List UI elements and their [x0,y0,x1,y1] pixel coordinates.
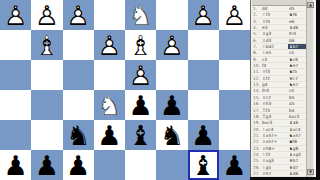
square-b6[interactable]: ♟ [188,120,219,150]
black-pawn-piece: ♟ [63,150,94,180]
move-list-scrollbar[interactable]: ▲ ▼ [306,0,313,177]
app-window: ♟♙♟♙♟♙♞♘♟♙♟♙♝♗♟♙♝♗♟♙♟♙♞♘♟♟♞♟♝♞♟♟♟♟♝♟ 1.d… [0,0,320,180]
square-c2[interactable] [156,0,187,30]
black-pawn-piece: ♟ [188,120,219,150]
square-d4[interactable]: ♟♙ [125,60,156,90]
square-e2[interactable] [94,0,125,30]
square-b2[interactable]: ♟♙ [188,0,219,30]
square-g3[interactable]: ♝♗ [31,30,62,60]
white-pawn-piece: ♟♙ [219,0,250,30]
move-number-21: 21. [252,132,261,138]
move-number-13: 13. [252,82,261,88]
black-pawn-piece: ♟ [94,120,125,150]
white-bishop-piece: ♝♗ [31,30,62,60]
square-g7[interactable]: ♟ [31,150,62,180]
square-g2[interactable]: ♟♙ [31,0,62,30]
move-list[interactable]: 1.d4d52.♘f3♞f63.♗f4e64.e3♝d65.♗g30-06.♗d… [252,0,309,177]
square-h2[interactable]: ♟♙ [0,0,31,30]
square-b7[interactable]: ♝ [188,150,219,180]
square-d7[interactable] [125,150,156,180]
white-knight-piece: ♞♘ [94,90,125,120]
move-number-27: 27. [252,170,261,176]
move-number-12: 12. [252,75,261,81]
black-bishop-piece: ♝ [188,150,219,180]
square-a6[interactable] [219,120,250,150]
move-number-26: 26. [252,164,261,170]
square-a7[interactable]: ♟ [219,150,250,180]
black-pawn-piece: ♟ [219,150,250,180]
white-pawn-piece: ♟♙ [94,30,125,60]
square-g4[interactable] [31,60,62,90]
frame-edge-right [316,0,320,180]
move-number-16: 16. [252,101,261,107]
black-pawn-piece: ♟ [31,150,62,180]
square-e7[interactable] [94,150,125,180]
square-a2[interactable]: ♟♙ [219,0,250,30]
black-bishop-piece: ♝ [125,120,156,150]
black-knight-piece: ♞ [156,120,187,150]
move-number-10: 10. [252,63,261,69]
square-b3[interactable] [188,30,219,60]
square-c6[interactable]: ♞ [156,120,187,150]
move-list-panel: 1.d4d52.♘f3♞f63.♗f4e64.e3♝d65.♗g30-06.♗d… [250,0,316,180]
square-a4[interactable] [219,60,250,90]
black-knight-piece: ♞ [63,120,94,150]
square-h7[interactable]: ♟ [0,150,31,180]
square-f6[interactable]: ♞ [63,120,94,150]
square-b4[interactable] [188,60,219,90]
square-h4[interactable] [0,60,31,90]
white-knight-piece: ♞♘ [125,0,156,30]
square-e4[interactable] [94,60,125,90]
move-number-20: 20. [252,126,261,132]
scroll-up-button[interactable]: ▲ [307,2,314,8]
move-number-18: 18. [252,113,261,119]
white-pawn-piece: ♟♙ [188,0,219,30]
black-pawn-piece: ♟ [0,150,31,180]
square-c7[interactable] [156,150,187,180]
square-e5[interactable]: ♞♘ [94,90,125,120]
black-pawn-piece: ♟ [125,90,156,120]
square-d3[interactable]: ♝♗ [125,30,156,60]
move-number-22: 22. [252,139,261,145]
move-number-19: 19. [252,120,261,126]
square-h5[interactable] [0,90,31,120]
square-g5[interactable] [31,90,62,120]
move-number-25: 25. [252,158,261,164]
black-pawn-piece: ♟ [156,90,187,120]
white-pawn-piece: ♟♙ [31,0,62,30]
frame-edge-bottom [250,177,320,180]
move-number-17: 17. [252,107,261,113]
square-e6[interactable]: ♟ [94,120,125,150]
square-a5[interactable] [219,90,250,120]
square-e3[interactable]: ♟♙ [94,30,125,60]
square-b5[interactable] [188,90,219,120]
square-c4[interactable] [156,60,187,90]
chess-board[interactable]: ♟♙♟♙♟♙♞♘♟♙♟♙♝♗♟♙♝♗♟♙♟♙♞♘♟♟♞♟♝♞♟♟♟♟♝♟ [0,0,250,180]
move-number-14: 14. [252,88,261,94]
square-g6[interactable] [31,120,62,150]
white-pawn-piece: ♟♙ [0,0,31,30]
white-pawn-piece: ♟♙ [156,30,187,60]
square-f5[interactable] [63,90,94,120]
square-d2[interactable]: ♞♘ [125,0,156,30]
square-c3[interactable]: ♟♙ [156,30,187,60]
square-f7[interactable]: ♟ [63,150,94,180]
move-number-15: 15. [252,94,261,100]
square-h6[interactable] [0,120,31,150]
square-a3[interactable] [219,30,250,60]
square-d6[interactable]: ♝ [125,120,156,150]
move-number-24: 24. [252,151,261,157]
square-d5[interactable]: ♟ [125,90,156,120]
move-number-23: 23. [252,145,261,151]
move-number-11: 11. [252,69,261,75]
white-bishop-piece: ♝♗ [125,30,156,60]
square-h3[interactable] [0,30,31,60]
white-pawn-piece: ♟♙ [125,60,156,90]
square-f4[interactable] [63,60,94,90]
square-c5[interactable]: ♟ [156,90,187,120]
square-f2[interactable]: ♟♙ [63,0,94,30]
square-f3[interactable] [63,30,94,60]
move-table[interactable]: 1.d4d52.♘f3♞f63.♗f4e64.e3♝d65.♗g30-06.♗d… [252,6,309,177]
scroll-down-button[interactable]: ▼ [307,169,314,175]
white-pawn-piece: ♟♙ [63,0,94,30]
